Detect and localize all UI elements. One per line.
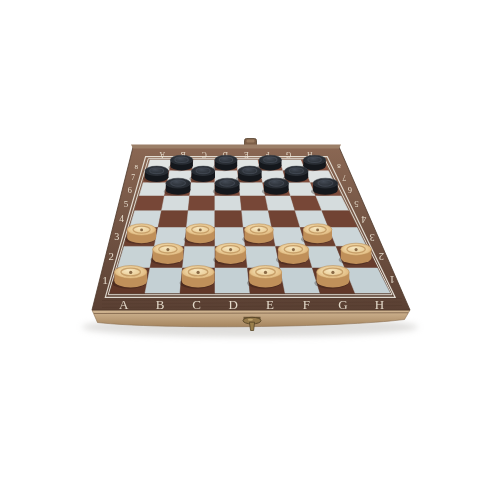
rank-label-right-5: 5 <box>354 199 359 209</box>
piece-center-dot <box>257 228 260 231</box>
piece-light-d2[interactable] <box>213 243 246 265</box>
square-f4[interactable] <box>268 211 300 228</box>
file-label-bottom-d: D <box>229 297 238 312</box>
piece-dark-d6[interactable] <box>213 178 240 195</box>
square-a6[interactable] <box>139 183 167 196</box>
piece-light-f2[interactable] <box>276 243 309 265</box>
file-label-top-e: E <box>244 150 249 159</box>
square-f5[interactable] <box>265 196 295 211</box>
square-a2[interactable] <box>118 246 155 268</box>
square-e2[interactable] <box>245 246 280 268</box>
checkers-board-photo: AABBCCDDEEFFGGHH1122334455667788 <box>0 0 500 500</box>
rank-label-left-7: 7 <box>131 173 135 182</box>
piece-light-e3[interactable] <box>242 224 273 244</box>
piece-dark-f6[interactable] <box>262 178 289 195</box>
square-e5[interactable] <box>240 196 268 211</box>
file-label-bottom-c: C <box>192 297 201 312</box>
file-label-bottom-a: A <box>119 297 129 312</box>
file-label-top-g: G <box>285 150 291 159</box>
piece-dark-b6[interactable] <box>164 178 191 195</box>
rank-label-left-6: 6 <box>128 186 132 195</box>
piece-light-e1[interactable] <box>247 266 282 289</box>
rank-label-left-5: 5 <box>124 199 129 209</box>
rank-label-right-6: 6 <box>348 185 352 194</box>
file-label-bottom-g: G <box>338 297 347 312</box>
piece-center-dot <box>129 271 132 274</box>
rank-label-right-7: 7 <box>342 173 346 182</box>
piece-light-h2[interactable] <box>339 243 372 265</box>
piece-light-g3[interactable] <box>301 224 332 244</box>
square-c6[interactable] <box>190 183 215 196</box>
square-b4[interactable] <box>158 211 188 228</box>
rank-label-right-1: 1 <box>389 274 395 286</box>
rank-label-right-8: 8 <box>337 162 341 170</box>
piece-light-c1[interactable] <box>180 266 215 289</box>
square-c5[interactable] <box>188 196 215 211</box>
piece-center-dot <box>140 228 143 231</box>
square-c2[interactable] <box>183 246 216 268</box>
file-label-top-c: C <box>202 150 207 159</box>
file-label-top-a: A <box>159 150 165 159</box>
piece-center-dot <box>331 271 334 274</box>
square-a5[interactable] <box>135 196 165 211</box>
piece-dark-e7[interactable] <box>236 166 262 183</box>
piece-center-dot <box>196 271 199 274</box>
file-label-bottom-e: E <box>266 297 274 312</box>
rank-label-left-1: 1 <box>102 274 108 286</box>
piece-dark-b8[interactable] <box>168 155 193 171</box>
piece-center-dot <box>166 248 169 251</box>
file-label-bottom-f: F <box>303 297 310 312</box>
piece-center-dot <box>355 248 358 251</box>
square-e6[interactable] <box>239 183 266 196</box>
far-edge-highlight <box>131 145 341 149</box>
piece-dark-c7[interactable] <box>189 166 215 183</box>
piece-light-a3[interactable] <box>125 224 156 244</box>
piece-light-c3[interactable] <box>184 224 215 244</box>
piece-light-b2[interactable] <box>151 243 184 265</box>
piece-dark-a7[interactable] <box>143 166 169 183</box>
rank-label-left-4: 4 <box>119 213 124 224</box>
piece-light-g1[interactable] <box>314 266 349 289</box>
square-b5[interactable] <box>162 196 190 211</box>
square-d5[interactable] <box>215 196 242 211</box>
file-label-bottom-h: H <box>375 297 384 312</box>
file-label-bottom-b: B <box>156 297 165 312</box>
piece-center-dot <box>316 228 319 231</box>
piece-dark-h6[interactable] <box>311 178 338 195</box>
piece-light-a1[interactable] <box>112 266 147 289</box>
piece-dark-d8[interactable] <box>213 155 238 171</box>
square-b1[interactable] <box>145 268 183 293</box>
rank-label-right-2: 2 <box>379 251 384 263</box>
piece-center-dot <box>199 228 202 231</box>
piece-center-dot <box>264 271 267 274</box>
rank-label-right-4: 4 <box>361 214 366 225</box>
product-photo-scene: AABBCCDDEEFFGGHH1122334455667788 <box>0 0 500 500</box>
rank-label-left-2: 2 <box>109 250 114 262</box>
piece-center-dot <box>292 248 295 251</box>
box-lid-seam <box>94 313 408 314</box>
rank-label-left-3: 3 <box>114 231 119 242</box>
square-d1[interactable] <box>215 268 250 293</box>
piece-center-dot <box>229 248 232 251</box>
rank-label-right-3: 3 <box>370 232 375 243</box>
square-d4[interactable] <box>215 211 243 228</box>
rank-label-left-8: 8 <box>135 163 139 171</box>
